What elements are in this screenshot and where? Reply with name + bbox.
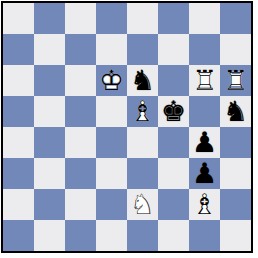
square-c2[interactable]	[65, 189, 96, 220]
square-e1[interactable]	[127, 220, 158, 251]
chess-board: ♚♔♞♜♖♜♖♝♗♚♞♟♟♞♘♝♗	[1, 1, 253, 253]
square-h7[interactable]	[220, 34, 251, 65]
square-a2[interactable]	[3, 189, 34, 220]
square-d6[interactable]: ♚♔	[96, 65, 127, 96]
black-pawn-piece: ♟	[189, 127, 220, 158]
black-pawn-glyph: ♟	[189, 127, 220, 158]
square-b4[interactable]	[34, 127, 65, 158]
white-rook-piece: ♜♖	[189, 65, 220, 96]
square-b8[interactable]	[34, 3, 65, 34]
square-e7[interactable]	[127, 34, 158, 65]
black-pawn-piece: ♟	[189, 158, 220, 189]
square-f4[interactable]	[158, 127, 189, 158]
square-h2[interactable]	[220, 189, 251, 220]
square-c8[interactable]	[65, 3, 96, 34]
square-f6[interactable]	[158, 65, 189, 96]
black-knight-piece: ♞	[127, 65, 158, 96]
square-d1[interactable]	[96, 220, 127, 251]
black-king-piece: ♚	[158, 96, 189, 127]
square-c7[interactable]	[65, 34, 96, 65]
square-a8[interactable]	[3, 3, 34, 34]
square-a6[interactable]	[3, 65, 34, 96]
square-e3[interactable]	[127, 158, 158, 189]
square-e8[interactable]	[127, 3, 158, 34]
black-pawn-glyph: ♟	[189, 158, 220, 189]
square-c4[interactable]	[65, 127, 96, 158]
square-f5[interactable]: ♚	[158, 96, 189, 127]
white-bishop-outline: ♗	[127, 96, 158, 127]
square-e2[interactable]: ♞♘	[127, 189, 158, 220]
square-d3[interactable]	[96, 158, 127, 189]
square-c1[interactable]	[65, 220, 96, 251]
square-e5[interactable]: ♝♗	[127, 96, 158, 127]
square-h3[interactable]	[220, 158, 251, 189]
white-rook-piece: ♜♖	[220, 65, 251, 96]
white-bishop-piece: ♝♗	[189, 189, 220, 220]
square-g3[interactable]: ♟	[189, 158, 220, 189]
square-f7[interactable]	[158, 34, 189, 65]
square-d7[interactable]	[96, 34, 127, 65]
white-rook-outline: ♖	[220, 65, 251, 96]
square-f1[interactable]	[158, 220, 189, 251]
square-d8[interactable]	[96, 3, 127, 34]
square-g8[interactable]	[189, 3, 220, 34]
square-g6[interactable]: ♜♖	[189, 65, 220, 96]
black-knight-piece: ♞	[220, 96, 251, 127]
square-g4[interactable]: ♟	[189, 127, 220, 158]
square-h8[interactable]	[220, 3, 251, 34]
square-c5[interactable]	[65, 96, 96, 127]
square-b7[interactable]	[34, 34, 65, 65]
square-e6[interactable]: ♞	[127, 65, 158, 96]
white-rook-outline: ♖	[189, 65, 220, 96]
square-a1[interactable]	[3, 220, 34, 251]
square-b1[interactable]	[34, 220, 65, 251]
square-d4[interactable]	[96, 127, 127, 158]
square-h1[interactable]	[220, 220, 251, 251]
square-g5[interactable]	[189, 96, 220, 127]
black-knight-glyph: ♞	[220, 96, 251, 127]
square-a3[interactable]	[3, 158, 34, 189]
square-b5[interactable]	[34, 96, 65, 127]
white-king-outline: ♔	[96, 65, 127, 96]
white-knight-piece: ♞♘	[127, 189, 158, 220]
square-f2[interactable]	[158, 189, 189, 220]
square-h6[interactable]: ♜♖	[220, 65, 251, 96]
white-king-piece: ♚♔	[96, 65, 127, 96]
black-king-glyph: ♚	[158, 96, 189, 127]
square-d2[interactable]	[96, 189, 127, 220]
square-f8[interactable]	[158, 3, 189, 34]
square-b3[interactable]	[34, 158, 65, 189]
square-a7[interactable]	[3, 34, 34, 65]
square-g2[interactable]: ♝♗	[189, 189, 220, 220]
square-c6[interactable]	[65, 65, 96, 96]
square-b2[interactable]	[34, 189, 65, 220]
white-bishop-outline: ♗	[189, 189, 220, 220]
black-knight-glyph: ♞	[127, 65, 158, 96]
square-a4[interactable]	[3, 127, 34, 158]
white-bishop-piece: ♝♗	[127, 96, 158, 127]
square-g7[interactable]	[189, 34, 220, 65]
square-h5[interactable]: ♞	[220, 96, 251, 127]
square-f3[interactable]	[158, 158, 189, 189]
square-e4[interactable]	[127, 127, 158, 158]
square-c3[interactable]	[65, 158, 96, 189]
square-b6[interactable]	[34, 65, 65, 96]
square-h4[interactable]	[220, 127, 251, 158]
white-knight-outline: ♘	[127, 189, 158, 220]
square-a5[interactable]	[3, 96, 34, 127]
square-d5[interactable]	[96, 96, 127, 127]
square-g1[interactable]	[189, 220, 220, 251]
